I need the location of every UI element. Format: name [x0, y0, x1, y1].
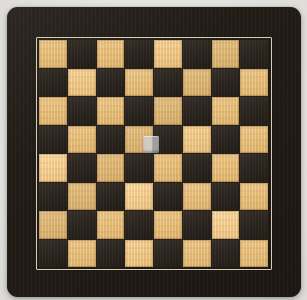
square-d2: [125, 211, 153, 239]
square-f5: [183, 126, 211, 154]
square-f6: [183, 97, 211, 125]
square-c4: [97, 154, 125, 182]
square-c3: [97, 183, 125, 211]
square-a5: [39, 126, 67, 154]
square-a2: [39, 211, 67, 239]
center-drag-handle[interactable]: [143, 136, 159, 153]
square-c8: [97, 40, 125, 68]
square-g4: [212, 154, 240, 182]
square-b5: [68, 126, 96, 154]
square-f3: [183, 183, 211, 211]
square-a3: [39, 183, 67, 211]
square-h1: [240, 240, 268, 268]
square-b4: [68, 154, 96, 182]
square-c7: [97, 69, 125, 97]
square-e7: [154, 69, 182, 97]
square-f4: [183, 154, 211, 182]
square-e6: [154, 97, 182, 125]
square-g1: [212, 240, 240, 268]
square-d4: [125, 154, 153, 182]
square-b6: [68, 97, 96, 125]
square-f2: [183, 211, 211, 239]
square-a6: [39, 97, 67, 125]
square-e2: [154, 211, 182, 239]
square-g6: [212, 97, 240, 125]
square-g5: [212, 126, 240, 154]
square-f1: [183, 240, 211, 268]
square-e4: [154, 154, 182, 182]
square-h5: [240, 126, 268, 154]
square-a8: [39, 40, 67, 68]
square-a1: [39, 240, 67, 268]
square-d8: [125, 40, 153, 68]
square-d1: [125, 240, 153, 268]
square-e8: [154, 40, 182, 68]
square-b8: [68, 40, 96, 68]
chessboard-grid: [39, 40, 268, 267]
square-b3: [68, 183, 96, 211]
square-h8: [240, 40, 268, 68]
square-e1: [154, 240, 182, 268]
square-b1: [68, 240, 96, 268]
square-a4: [39, 154, 67, 182]
square-a7: [39, 69, 67, 97]
square-g2: [212, 211, 240, 239]
square-h2: [240, 211, 268, 239]
square-h3: [240, 183, 268, 211]
square-c5: [97, 126, 125, 154]
square-g7: [212, 69, 240, 97]
square-b2: [68, 211, 96, 239]
photo-background: [0, 0, 307, 300]
square-g8: [212, 40, 240, 68]
square-g3: [212, 183, 240, 211]
square-d7: [125, 69, 153, 97]
square-f8: [183, 40, 211, 68]
square-h6: [240, 97, 268, 125]
square-c2: [97, 211, 125, 239]
square-d3: [125, 183, 153, 211]
square-c1: [97, 240, 125, 268]
square-c6: [97, 97, 125, 125]
square-d6: [125, 97, 153, 125]
square-b7: [68, 69, 96, 97]
square-h7: [240, 69, 268, 97]
square-h4: [240, 154, 268, 182]
square-f7: [183, 69, 211, 97]
square-e3: [154, 183, 182, 211]
